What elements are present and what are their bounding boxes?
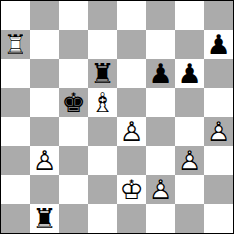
square-d7[interactable]	[88, 30, 117, 59]
white-pawn: ♟♙	[117, 117, 146, 146]
square-a4[interactable]	[1, 117, 30, 146]
square-b6[interactable]	[30, 59, 59, 88]
white-rook: ♜♖	[1, 30, 30, 59]
black-pawn: ♟	[146, 59, 175, 88]
square-e3[interactable]	[117, 146, 146, 175]
square-e7[interactable]	[117, 30, 146, 59]
square-g6[interactable]: ♟	[175, 59, 204, 88]
square-e8[interactable]	[117, 1, 146, 30]
square-f4[interactable]	[146, 117, 175, 146]
square-d5[interactable]: ♝♗	[88, 88, 117, 117]
square-c7[interactable]	[59, 30, 88, 59]
square-a5[interactable]	[1, 88, 30, 117]
black-pawn-glyph: ♟	[175, 59, 204, 88]
white-pawn: ♟♙	[175, 146, 204, 175]
square-g2[interactable]	[175, 175, 204, 204]
square-h3[interactable]	[204, 146, 233, 175]
white-pawn: ♟♙	[30, 146, 59, 175]
square-h2[interactable]	[204, 175, 233, 204]
square-f5[interactable]	[146, 88, 175, 117]
square-c1[interactable]	[59, 204, 88, 233]
square-h5[interactable]	[204, 88, 233, 117]
chess-board: ♜♖♟♜♟♟♚♝♗♟♙♟♙♟♙♟♙♚♔♟♙♜	[0, 0, 234, 234]
square-b5[interactable]	[30, 88, 59, 117]
square-c3[interactable]	[59, 146, 88, 175]
square-b1[interactable]: ♜	[30, 204, 59, 233]
white-king: ♚♔	[117, 175, 146, 204]
black-pawn: ♟	[175, 59, 204, 88]
square-f8[interactable]	[146, 1, 175, 30]
black-king-glyph: ♚	[59, 88, 88, 117]
square-f1[interactable]	[146, 204, 175, 233]
square-b4[interactable]	[30, 117, 59, 146]
square-c2[interactable]	[59, 175, 88, 204]
square-d6[interactable]: ♜	[88, 59, 117, 88]
square-d3[interactable]	[88, 146, 117, 175]
square-b3[interactable]: ♟♙	[30, 146, 59, 175]
square-e1[interactable]	[117, 204, 146, 233]
square-a7[interactable]: ♜♖	[1, 30, 30, 59]
square-g1[interactable]	[175, 204, 204, 233]
square-c4[interactable]	[59, 117, 88, 146]
white-pawn: ♟♙	[204, 117, 233, 146]
white-king-glyph: ♔	[117, 175, 146, 204]
black-rook-glyph: ♜	[88, 59, 117, 88]
square-f3[interactable]	[146, 146, 175, 175]
square-g5[interactable]	[175, 88, 204, 117]
black-pawn-glyph: ♟	[146, 59, 175, 88]
black-king: ♚	[59, 88, 88, 117]
white-pawn: ♟♙	[146, 175, 175, 204]
square-h7[interactable]: ♟	[204, 30, 233, 59]
white-bishop-glyph: ♗	[88, 88, 117, 117]
black-rook: ♜	[88, 59, 117, 88]
square-c6[interactable]	[59, 59, 88, 88]
white-bishop: ♝♗	[88, 88, 117, 117]
white-pawn-glyph: ♙	[30, 146, 59, 175]
square-h1[interactable]	[204, 204, 233, 233]
white-rook-glyph: ♖	[1, 30, 30, 59]
square-h6[interactable]	[204, 59, 233, 88]
square-h8[interactable]	[204, 1, 233, 30]
square-e4[interactable]: ♟♙	[117, 117, 146, 146]
square-e5[interactable]	[117, 88, 146, 117]
square-g4[interactable]	[175, 117, 204, 146]
white-pawn-glyph: ♙	[204, 117, 233, 146]
square-e2[interactable]: ♚♔	[117, 175, 146, 204]
square-b8[interactable]	[30, 1, 59, 30]
white-pawn-glyph: ♙	[175, 146, 204, 175]
square-a8[interactable]	[1, 1, 30, 30]
square-a6[interactable]	[1, 59, 30, 88]
square-g7[interactable]	[175, 30, 204, 59]
square-b7[interactable]	[30, 30, 59, 59]
square-d4[interactable]	[88, 117, 117, 146]
square-c5[interactable]: ♚	[59, 88, 88, 117]
square-f7[interactable]	[146, 30, 175, 59]
black-rook-glyph: ♜	[30, 204, 59, 233]
square-c8[interactable]	[59, 1, 88, 30]
square-f6[interactable]: ♟	[146, 59, 175, 88]
square-e6[interactable]	[117, 59, 146, 88]
black-pawn-glyph: ♟	[204, 30, 233, 59]
white-pawn-glyph: ♙	[117, 117, 146, 146]
square-a2[interactable]	[1, 175, 30, 204]
square-g3[interactable]: ♟♙	[175, 146, 204, 175]
square-d1[interactable]	[88, 204, 117, 233]
square-a1[interactable]	[1, 204, 30, 233]
black-rook: ♜	[30, 204, 59, 233]
square-a3[interactable]	[1, 146, 30, 175]
square-b2[interactable]	[30, 175, 59, 204]
square-d8[interactable]	[88, 1, 117, 30]
white-pawn-glyph: ♙	[146, 175, 175, 204]
square-g8[interactable]	[175, 1, 204, 30]
square-h4[interactable]: ♟♙	[204, 117, 233, 146]
square-f2[interactable]: ♟♙	[146, 175, 175, 204]
square-d2[interactable]	[88, 175, 117, 204]
black-pawn: ♟	[204, 30, 233, 59]
